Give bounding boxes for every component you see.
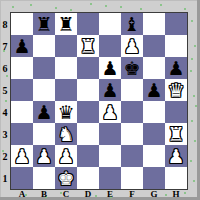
square-c1[interactable]: ♚ [55, 167, 77, 189]
white-pawn[interactable]: ♟ [13, 145, 30, 167]
square-d7[interactable]: ♜ [77, 35, 99, 57]
chess-app-window: 87654321 ♜♜♝♟♜♟♟♚♟♟♟♛♟♛♟♞♜♟♟♟♟♚ ABCDEFGH [0, 0, 200, 200]
square-g4[interactable] [143, 101, 165, 123]
black-rook[interactable]: ♜ [57, 13, 74, 35]
rank-label-6: 6 [0, 57, 10, 79]
rank-label-7: 7 [0, 35, 10, 57]
square-f8[interactable]: ♝ [121, 13, 143, 35]
square-c3[interactable]: ♞ [55, 123, 77, 145]
square-b6[interactable] [33, 57, 55, 79]
square-f2[interactable] [121, 145, 143, 167]
square-h3[interactable]: ♜ [165, 123, 187, 145]
square-g3[interactable] [143, 123, 165, 145]
square-g6[interactable] [143, 57, 165, 79]
square-b8[interactable]: ♜ [33, 13, 55, 35]
white-pawn[interactable]: ♟ [35, 145, 52, 167]
square-f7[interactable]: ♟ [121, 35, 143, 57]
file-label-h: H [165, 189, 187, 199]
square-a2[interactable]: ♟ [11, 145, 33, 167]
white-pawn[interactable]: ♟ [167, 145, 184, 167]
square-e8[interactable] [99, 13, 121, 35]
white-queen[interactable]: ♛ [167, 79, 184, 101]
file-label-e: E [99, 189, 121, 199]
square-a6[interactable] [11, 57, 33, 79]
white-rook[interactable]: ♜ [79, 35, 96, 57]
square-a4[interactable] [11, 101, 33, 123]
white-pawn[interactable]: ♟ [57, 145, 74, 167]
square-f6[interactable]: ♚ [121, 57, 143, 79]
square-h4[interactable] [165, 101, 187, 123]
square-a5[interactable] [11, 79, 33, 101]
file-label-a: A [11, 189, 33, 199]
rank-label-3: 3 [0, 123, 10, 145]
black-king[interactable]: ♚ [123, 57, 140, 79]
square-a3[interactable] [11, 123, 33, 145]
square-a1[interactable] [11, 167, 33, 189]
white-rook[interactable]: ♜ [167, 123, 184, 145]
square-h5[interactable]: ♛ [165, 79, 187, 101]
square-d1[interactable] [77, 167, 99, 189]
square-h2[interactable]: ♟ [165, 145, 187, 167]
square-b1[interactable] [33, 167, 55, 189]
square-f3[interactable] [121, 123, 143, 145]
square-g8[interactable] [143, 13, 165, 35]
file-label-d: D [77, 189, 99, 199]
chess-board: ♜♜♝♟♜♟♟♚♟♟♟♛♟♛♟♞♜♟♟♟♟♚ [11, 13, 187, 189]
square-b4[interactable]: ♟ [33, 101, 55, 123]
file-label-g: G [143, 189, 165, 199]
square-g7[interactable] [143, 35, 165, 57]
border-speckles [0, 0, 2, 2]
square-c4[interactable]: ♛ [55, 101, 77, 123]
square-c8[interactable]: ♜ [55, 13, 77, 35]
square-c2[interactable]: ♟ [55, 145, 77, 167]
file-labels: ABCDEFGH [11, 189, 187, 199]
square-c5[interactable] [55, 79, 77, 101]
square-d2[interactable] [77, 145, 99, 167]
square-h6[interactable]: ♟ [165, 57, 187, 79]
square-h7[interactable] [165, 35, 187, 57]
black-pawn[interactable]: ♟ [101, 57, 118, 79]
square-g1[interactable] [143, 167, 165, 189]
black-queen[interactable]: ♛ [57, 101, 74, 123]
white-pawn[interactable]: ♟ [123, 35, 140, 57]
square-c7[interactable] [55, 35, 77, 57]
square-e1[interactable] [99, 167, 121, 189]
rank-label-2: 2 [0, 145, 10, 167]
rank-labels: 87654321 [0, 13, 10, 189]
rank-label-4: 4 [0, 101, 10, 123]
black-pawn[interactable]: ♟ [13, 35, 30, 57]
square-c6[interactable] [55, 57, 77, 79]
square-g5[interactable]: ♟ [143, 79, 165, 101]
square-b7[interactable] [33, 35, 55, 57]
square-b2[interactable]: ♟ [33, 145, 55, 167]
black-pawn[interactable]: ♟ [145, 79, 162, 101]
rank-label-8: 8 [0, 13, 10, 35]
square-d5[interactable] [77, 79, 99, 101]
file-label-f: F [121, 189, 143, 199]
file-label-b: B [33, 189, 55, 199]
square-f4[interactable] [121, 101, 143, 123]
board-frame: ♜♜♝♟♜♟♟♚♟♟♟♛♟♛♟♞♜♟♟♟♟♚ [10, 12, 188, 190]
file-label-c: C [55, 189, 77, 199]
black-rook[interactable]: ♜ [35, 13, 52, 35]
square-e3[interactable] [99, 123, 121, 145]
square-e6[interactable]: ♟ [99, 57, 121, 79]
white-knight[interactable]: ♞ [57, 123, 74, 145]
square-a7[interactable]: ♟ [11, 35, 33, 57]
white-pawn[interactable]: ♟ [101, 101, 118, 123]
square-f1[interactable] [121, 167, 143, 189]
square-d8[interactable] [77, 13, 99, 35]
white-king[interactable]: ♚ [57, 167, 74, 189]
square-b5[interactable] [33, 79, 55, 101]
square-d6[interactable] [77, 57, 99, 79]
black-pawn[interactable]: ♟ [101, 79, 118, 101]
square-d4[interactable] [77, 101, 99, 123]
square-d3[interactable] [77, 123, 99, 145]
square-a8[interactable] [11, 13, 33, 35]
square-b3[interactable] [33, 123, 55, 145]
square-h8[interactable] [165, 13, 187, 35]
black-bishop[interactable]: ♝ [123, 13, 140, 35]
square-e2[interactable] [99, 145, 121, 167]
black-pawn[interactable]: ♟ [167, 57, 184, 79]
square-e4[interactable]: ♟ [99, 101, 121, 123]
square-g2[interactable] [143, 145, 165, 167]
black-pawn[interactable]: ♟ [35, 101, 52, 123]
square-e7[interactable] [99, 35, 121, 57]
square-e5[interactable]: ♟ [99, 79, 121, 101]
square-h1[interactable] [165, 167, 187, 189]
rank-label-5: 5 [0, 79, 10, 101]
square-f5[interactable] [121, 79, 143, 101]
rank-label-1: 1 [0, 167, 10, 189]
